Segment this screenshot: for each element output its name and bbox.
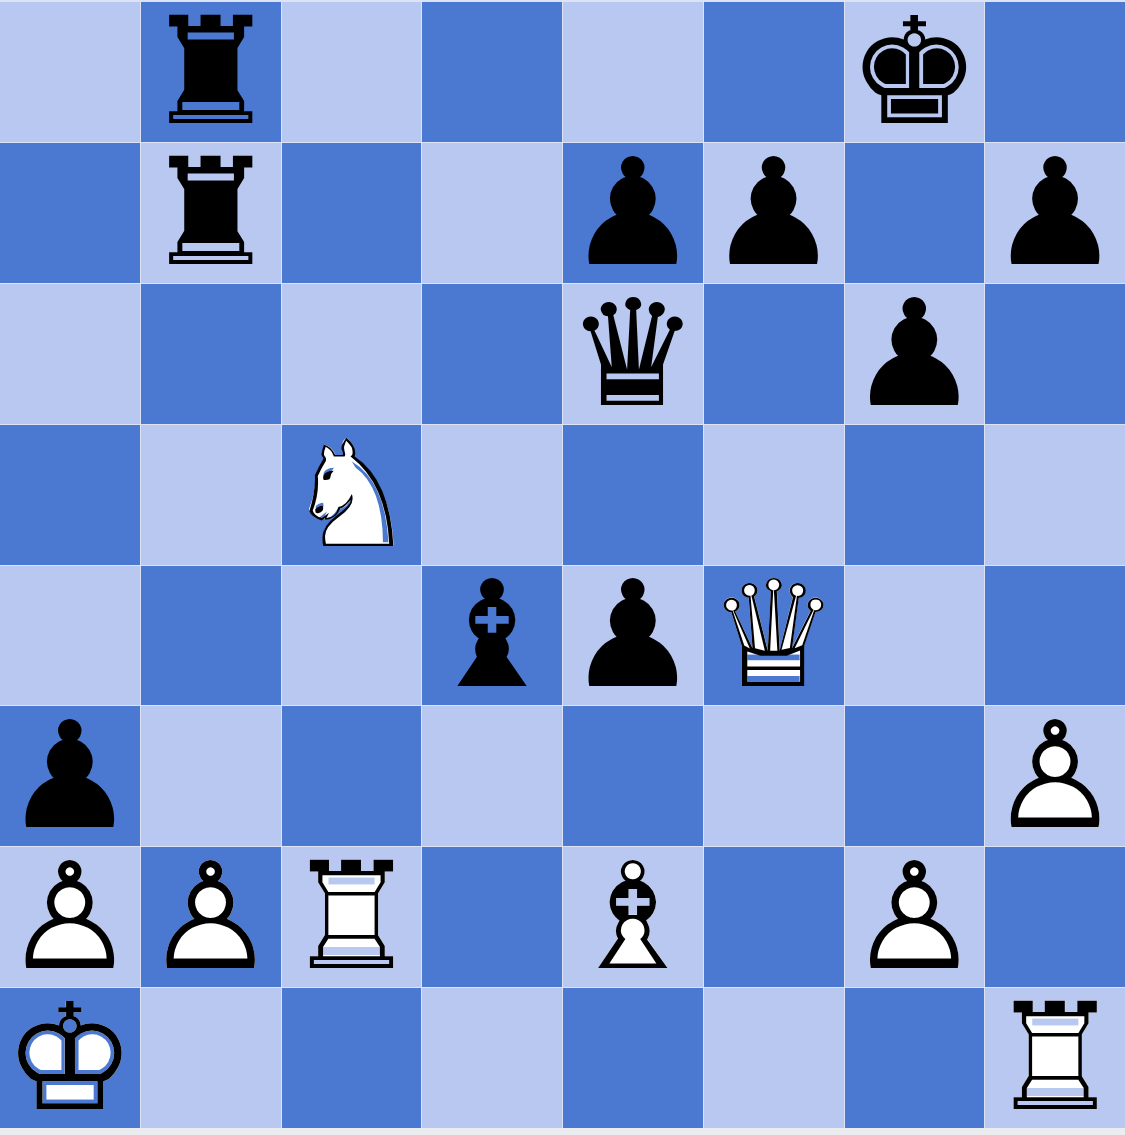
square-d4[interactable]: ♝ xyxy=(422,566,562,706)
square-g5[interactable] xyxy=(845,425,985,565)
square-c5[interactable]: ♞♘ xyxy=(282,425,422,565)
square-f1[interactable] xyxy=(704,988,844,1128)
piece-black-rook-b7[interactable]: ♜ xyxy=(141,143,281,283)
square-a7[interactable] xyxy=(0,143,140,283)
white-pawn-outline: ♙ xyxy=(845,847,985,987)
black-king-glyph: ♚ xyxy=(845,2,985,142)
square-b5[interactable] xyxy=(141,425,281,565)
piece-black-pawn-f7[interactable]: ♟ xyxy=(704,143,844,283)
square-e6[interactable]: ♛ xyxy=(563,284,703,424)
square-g7[interactable] xyxy=(845,143,985,283)
square-a1[interactable]: ♚♔ xyxy=(0,988,140,1128)
square-a5[interactable] xyxy=(0,425,140,565)
white-king-outline: ♔ xyxy=(0,988,140,1128)
square-e8[interactable] xyxy=(563,2,703,142)
square-f7[interactable]: ♟ xyxy=(704,143,844,283)
square-g8[interactable]: ♚ xyxy=(845,2,985,142)
square-c6[interactable] xyxy=(282,284,422,424)
square-e5[interactable] xyxy=(563,425,703,565)
square-c8[interactable] xyxy=(282,2,422,142)
square-b3[interactable] xyxy=(141,706,281,846)
square-c3[interactable] xyxy=(282,706,422,846)
square-c7[interactable] xyxy=(282,143,422,283)
square-f5[interactable] xyxy=(704,425,844,565)
square-h7[interactable]: ♟ xyxy=(985,143,1125,283)
white-rook-outline: ♖ xyxy=(985,988,1125,1128)
square-e7[interactable]: ♟ xyxy=(563,143,703,283)
white-bishop-outline: ♗ xyxy=(563,847,703,987)
square-a3[interactable]: ♟ xyxy=(0,706,140,846)
square-d3[interactable] xyxy=(422,706,562,846)
white-pawn-outline: ♙ xyxy=(141,847,281,987)
black-pawn-glyph: ♟ xyxy=(845,284,985,424)
square-h8[interactable] xyxy=(985,2,1125,142)
white-knight-outline: ♘ xyxy=(282,425,422,565)
square-g3[interactable] xyxy=(845,706,985,846)
piece-black-bishop-d4[interactable]: ♝ xyxy=(422,566,562,706)
piece-white-pawn-a2[interactable]: ♟♙ xyxy=(0,847,140,987)
piece-black-pawn-g6[interactable]: ♟ xyxy=(845,284,985,424)
square-b6[interactable] xyxy=(141,284,281,424)
square-b4[interactable] xyxy=(141,566,281,706)
square-b2[interactable]: ♟♙ xyxy=(141,847,281,987)
square-b7[interactable]: ♜ xyxy=(141,143,281,283)
square-d7[interactable] xyxy=(422,143,562,283)
piece-black-queen-e6[interactable]: ♛ xyxy=(563,284,703,424)
square-d1[interactable] xyxy=(422,988,562,1128)
square-b1[interactable] xyxy=(141,988,281,1128)
piece-black-pawn-e7[interactable]: ♟ xyxy=(563,143,703,283)
piece-white-queen-f4[interactable]: ♛♕ xyxy=(704,566,844,706)
square-c4[interactable] xyxy=(282,566,422,706)
square-h2[interactable] xyxy=(985,847,1125,987)
square-e2[interactable]: ♝♗ xyxy=(563,847,703,987)
square-e1[interactable] xyxy=(563,988,703,1128)
black-queen-glyph: ♛ xyxy=(563,284,703,424)
chess-app: ♜♚♜♟♟♟♛♟♞♘♝♟♛♕♟♟♙♟♙♟♙♜♖♝♗♟♙♚♔♜♖ xyxy=(0,0,1125,1135)
piece-white-pawn-b2[interactable]: ♟♙ xyxy=(141,847,281,987)
piece-black-pawn-h7[interactable]: ♟ xyxy=(985,143,1125,283)
square-f6[interactable] xyxy=(704,284,844,424)
square-a2[interactable]: ♟♙ xyxy=(0,847,140,987)
white-pawn-outline: ♙ xyxy=(0,847,140,987)
white-rook-outline: ♖ xyxy=(282,847,422,987)
square-a8[interactable] xyxy=(0,2,140,142)
square-d5[interactable] xyxy=(422,425,562,565)
square-f3[interactable] xyxy=(704,706,844,846)
black-pawn-glyph: ♟ xyxy=(985,143,1125,283)
piece-white-pawn-g2[interactable]: ♟♙ xyxy=(845,847,985,987)
square-d8[interactable] xyxy=(422,2,562,142)
black-pawn-glyph: ♟ xyxy=(563,566,703,706)
piece-black-rook-b8[interactable]: ♜ xyxy=(141,2,281,142)
black-rook-glyph: ♜ xyxy=(141,143,281,283)
square-e4[interactable]: ♟ xyxy=(563,566,703,706)
square-h5[interactable] xyxy=(985,425,1125,565)
piece-white-pawn-h3[interactable]: ♟♙ xyxy=(985,706,1125,846)
piece-white-knight-c5[interactable]: ♞♘ xyxy=(282,425,422,565)
piece-black-pawn-e4[interactable]: ♟ xyxy=(563,566,703,706)
square-h3[interactable]: ♟♙ xyxy=(985,706,1125,846)
piece-white-king-a1[interactable]: ♚♔ xyxy=(0,988,140,1128)
square-f8[interactable] xyxy=(704,2,844,142)
piece-white-rook-h1[interactable]: ♜♖ xyxy=(985,988,1125,1128)
chess-board: ♜♚♜♟♟♟♛♟♞♘♝♟♛♕♟♟♙♟♙♟♙♜♖♝♗♟♙♚♔♜♖ xyxy=(0,0,1125,1128)
square-h1[interactable]: ♜♖ xyxy=(985,988,1125,1128)
piece-black-pawn-a3[interactable]: ♟ xyxy=(0,706,140,846)
black-pawn-glyph: ♟ xyxy=(563,143,703,283)
black-pawn-glyph: ♟ xyxy=(0,706,140,846)
square-f4[interactable]: ♛♕ xyxy=(704,566,844,706)
square-c2[interactable]: ♜♖ xyxy=(282,847,422,987)
piece-white-bishop-e2[interactable]: ♝♗ xyxy=(563,847,703,987)
square-f2[interactable] xyxy=(704,847,844,987)
square-h4[interactable] xyxy=(985,566,1125,706)
square-a4[interactable] xyxy=(0,566,140,706)
white-queen-outline: ♕ xyxy=(704,566,844,706)
piece-white-rook-c2[interactable]: ♜♖ xyxy=(282,847,422,987)
square-g2[interactable]: ♟♙ xyxy=(845,847,985,987)
square-h6[interactable] xyxy=(985,284,1125,424)
black-rook-glyph: ♜ xyxy=(141,2,281,142)
black-pawn-glyph: ♟ xyxy=(704,143,844,283)
white-pawn-outline: ♙ xyxy=(985,706,1125,846)
piece-black-king-g8[interactable]: ♚ xyxy=(845,2,985,142)
square-a6[interactable] xyxy=(0,284,140,424)
square-g6[interactable]: ♟ xyxy=(845,284,985,424)
square-e3[interactable] xyxy=(563,706,703,846)
black-bishop-glyph: ♝ xyxy=(422,566,562,706)
square-c1[interactable] xyxy=(282,988,422,1128)
square-g1[interactable] xyxy=(845,988,985,1128)
square-g4[interactable] xyxy=(845,566,985,706)
square-b8[interactable]: ♜ xyxy=(141,2,281,142)
square-d2[interactable] xyxy=(422,847,562,987)
square-d6[interactable] xyxy=(422,284,562,424)
bottom-strip xyxy=(0,1128,1125,1135)
